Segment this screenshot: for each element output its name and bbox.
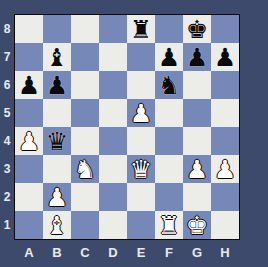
file-label-d: D (99, 243, 127, 263)
square-g4[interactable] (183, 127, 211, 155)
file-label-e: E (127, 243, 155, 263)
rank-label-7: 7 (0, 43, 14, 71)
file-label-h: H (211, 243, 239, 263)
piece-black-queen-icon[interactable]: ♛ (43, 127, 71, 155)
square-d5[interactable] (99, 99, 127, 127)
square-h7[interactable]: ♟ (211, 43, 239, 71)
chess-board[interactable]: ♜♚♝♟♟♟♟♟♞♟♟♛♞♛♟♟♟♝♜♚ (14, 14, 240, 240)
square-f1[interactable]: ♜ (155, 211, 183, 239)
chess-diagram: 87654321 ♜♚♝♟♟♟♟♟♞♟♟♛♞♛♟♟♟♝♜♚ ABCDEFGH (0, 0, 268, 267)
square-c8[interactable] (71, 15, 99, 43)
piece-black-pawn-icon[interactable]: ♟ (183, 43, 211, 71)
square-b6[interactable]: ♟ (43, 71, 71, 99)
file-label-a: A (15, 243, 43, 263)
square-a4[interactable]: ♟ (15, 127, 43, 155)
square-a2[interactable] (15, 183, 43, 211)
piece-black-king-icon[interactable]: ♚ (183, 15, 211, 43)
square-b4[interactable]: ♛ (43, 127, 71, 155)
file-labels: ABCDEFGH (15, 243, 239, 263)
square-g1[interactable]: ♚ (183, 211, 211, 239)
square-d2[interactable] (99, 183, 127, 211)
square-a5[interactable] (15, 99, 43, 127)
square-b5[interactable] (43, 99, 71, 127)
piece-white-knight-icon[interactable]: ♞ (71, 155, 99, 183)
square-b7[interactable]: ♝ (43, 43, 71, 71)
square-f5[interactable] (155, 99, 183, 127)
square-h4[interactable] (211, 127, 239, 155)
square-h1[interactable] (211, 211, 239, 239)
piece-white-pawn-icon[interactable]: ♟ (183, 155, 211, 183)
piece-white-rook-icon[interactable]: ♜ (155, 211, 183, 239)
file-label-c: C (71, 243, 99, 263)
piece-black-bishop-icon[interactable]: ♝ (43, 43, 71, 71)
square-d1[interactable] (99, 211, 127, 239)
square-e2[interactable] (127, 183, 155, 211)
square-h6[interactable] (211, 71, 239, 99)
rank-labels: 87654321 (0, 15, 14, 239)
piece-white-bishop-icon[interactable]: ♝ (43, 211, 71, 239)
piece-black-rook-icon[interactable]: ♜ (127, 15, 155, 43)
piece-white-pawn-icon[interactable]: ♟ (43, 183, 71, 211)
square-b1[interactable]: ♝ (43, 211, 71, 239)
square-f6[interactable]: ♞ (155, 71, 183, 99)
square-e3[interactable]: ♛ (127, 155, 155, 183)
square-g6[interactable] (183, 71, 211, 99)
square-h8[interactable] (211, 15, 239, 43)
square-h5[interactable] (211, 99, 239, 127)
piece-black-knight-icon[interactable]: ♞ (155, 71, 183, 99)
square-f3[interactable] (155, 155, 183, 183)
piece-black-pawn-icon[interactable]: ♟ (155, 43, 183, 71)
piece-white-pawn-icon[interactable]: ♟ (211, 155, 239, 183)
square-b3[interactable] (43, 155, 71, 183)
rank-label-8: 8 (0, 15, 14, 43)
square-d3[interactable] (99, 155, 127, 183)
piece-white-queen-icon[interactable]: ♛ (127, 155, 155, 183)
square-c3[interactable]: ♞ (71, 155, 99, 183)
square-g5[interactable] (183, 99, 211, 127)
square-g2[interactable] (183, 183, 211, 211)
square-e6[interactable] (127, 71, 155, 99)
square-g7[interactable]: ♟ (183, 43, 211, 71)
square-g3[interactable]: ♟ (183, 155, 211, 183)
rank-label-5: 5 (0, 99, 14, 127)
square-c2[interactable] (71, 183, 99, 211)
square-a7[interactable] (15, 43, 43, 71)
piece-white-king-icon[interactable]: ♚ (183, 211, 211, 239)
square-f8[interactable] (155, 15, 183, 43)
square-a3[interactable] (15, 155, 43, 183)
rank-label-2: 2 (0, 183, 14, 211)
rank-label-4: 4 (0, 127, 14, 155)
square-d6[interactable] (99, 71, 127, 99)
piece-white-pawn-icon[interactable]: ♟ (127, 99, 155, 127)
square-h2[interactable] (211, 183, 239, 211)
rank-label-6: 6 (0, 71, 14, 99)
square-b2[interactable]: ♟ (43, 183, 71, 211)
square-f7[interactable]: ♟ (155, 43, 183, 71)
square-g8[interactable]: ♚ (183, 15, 211, 43)
file-label-f: F (155, 243, 183, 263)
file-label-g: G (183, 243, 211, 263)
square-a1[interactable] (15, 211, 43, 239)
file-label-b: B (43, 243, 71, 263)
square-f4[interactable] (155, 127, 183, 155)
square-c4[interactable] (71, 127, 99, 155)
square-e5[interactable]: ♟ (127, 99, 155, 127)
square-c7[interactable] (71, 43, 99, 71)
square-e4[interactable] (127, 127, 155, 155)
piece-white-pawn-icon[interactable]: ♟ (15, 127, 43, 155)
square-d7[interactable] (99, 43, 127, 71)
piece-black-pawn-icon[interactable]: ♟ (211, 43, 239, 71)
square-c1[interactable] (71, 211, 99, 239)
piece-black-pawn-icon[interactable]: ♟ (43, 71, 71, 99)
square-e1[interactable] (127, 211, 155, 239)
square-c6[interactable] (71, 71, 99, 99)
square-e8[interactable]: ♜ (127, 15, 155, 43)
square-d8[interactable] (99, 15, 127, 43)
square-a6[interactable]: ♟ (15, 71, 43, 99)
square-d4[interactable] (99, 127, 127, 155)
square-b8[interactable] (43, 15, 71, 43)
square-e7[interactable] (127, 43, 155, 71)
rank-label-1: 1 (0, 211, 14, 239)
rank-label-3: 3 (0, 155, 14, 183)
piece-black-pawn-icon[interactable]: ♟ (15, 71, 43, 99)
square-a8[interactable] (15, 15, 43, 43)
square-h3[interactable]: ♟ (211, 155, 239, 183)
square-c5[interactable] (71, 99, 99, 127)
square-f2[interactable] (155, 183, 183, 211)
